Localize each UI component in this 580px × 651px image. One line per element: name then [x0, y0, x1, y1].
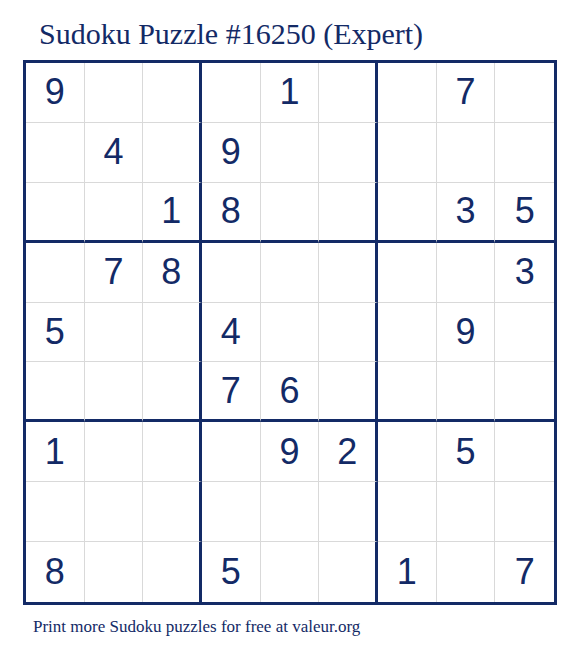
cell-r1c6[interactable] [319, 63, 378, 123]
cell-r9c8[interactable] [437, 542, 496, 602]
cell-r7c8[interactable]: 5 [437, 422, 496, 482]
cell-r2c7[interactable] [378, 123, 437, 183]
cell-r3c2[interactable] [85, 183, 144, 243]
cell-r1c5[interactable]: 1 [261, 63, 320, 123]
cell-r7c9[interactable] [495, 422, 554, 482]
cell-r3c8[interactable]: 3 [437, 183, 496, 243]
cell-r7c6[interactable]: 2 [319, 422, 378, 482]
cell-r3c6[interactable] [319, 183, 378, 243]
cell-r9c4[interactable]: 5 [202, 542, 261, 602]
cell-r1c7[interactable] [378, 63, 437, 123]
cell-r1c2[interactable] [85, 63, 144, 123]
cell-r9c6[interactable] [319, 542, 378, 602]
cell-r6c6[interactable] [319, 362, 378, 422]
cell-r9c9[interactable]: 7 [495, 542, 554, 602]
cell-r5c7[interactable] [378, 303, 437, 363]
cell-r7c3[interactable] [143, 422, 202, 482]
cell-r1c1[interactable]: 9 [26, 63, 85, 123]
cell-r2c5[interactable] [261, 123, 320, 183]
cell-r1c8[interactable]: 7 [437, 63, 496, 123]
cell-r7c2[interactable] [85, 422, 144, 482]
cell-r5c9[interactable] [495, 303, 554, 363]
cell-r2c4[interactable]: 9 [202, 123, 261, 183]
cell-r2c9[interactable] [495, 123, 554, 183]
cell-r5c2[interactable] [85, 303, 144, 363]
cell-r6c1[interactable] [26, 362, 85, 422]
cell-r8c2[interactable] [85, 482, 144, 542]
cell-r2c1[interactable] [26, 123, 85, 183]
cell-r6c7[interactable] [378, 362, 437, 422]
cell-r8c6[interactable] [319, 482, 378, 542]
cell-r9c7[interactable]: 1 [378, 542, 437, 602]
cell-r5c3[interactable] [143, 303, 202, 363]
cell-r4c8[interactable] [437, 243, 496, 303]
cell-r8c3[interactable] [143, 482, 202, 542]
page-title: Sudoku Puzzle #16250 (Expert) [39, 16, 580, 52]
cell-r3c4[interactable]: 8 [202, 183, 261, 243]
cell-r1c9[interactable] [495, 63, 554, 123]
cell-r4c7[interactable] [378, 243, 437, 303]
sudoku-page: Sudoku Puzzle #16250 (Expert) 9174918357… [0, 16, 580, 637]
cell-r2c3[interactable] [143, 123, 202, 183]
cell-r4c4[interactable] [202, 243, 261, 303]
cell-r5c6[interactable] [319, 303, 378, 363]
footer-text: Print more Sudoku puzzles for free at va… [33, 617, 580, 637]
cell-r3c9[interactable]: 5 [495, 183, 554, 243]
cell-r6c8[interactable] [437, 362, 496, 422]
sudoku-board: 9174918357835497619258517 [23, 60, 557, 605]
cell-r6c9[interactable] [495, 362, 554, 422]
cell-r5c4[interactable]: 4 [202, 303, 261, 363]
cell-r2c8[interactable] [437, 123, 496, 183]
cell-r1c3[interactable] [143, 63, 202, 123]
cell-r7c4[interactable] [202, 422, 261, 482]
cell-r6c3[interactable] [143, 362, 202, 422]
cell-r6c2[interactable] [85, 362, 144, 422]
cell-r3c3[interactable]: 1 [143, 183, 202, 243]
cell-r6c5[interactable]: 6 [261, 362, 320, 422]
cell-r8c1[interactable] [26, 482, 85, 542]
cell-r4c2[interactable]: 7 [85, 243, 144, 303]
cell-r4c5[interactable] [261, 243, 320, 303]
cell-r4c6[interactable] [319, 243, 378, 303]
cell-r5c1[interactable]: 5 [26, 303, 85, 363]
cell-r9c2[interactable] [85, 542, 144, 602]
cell-r7c5[interactable]: 9 [261, 422, 320, 482]
cell-r2c6[interactable] [319, 123, 378, 183]
cell-r8c4[interactable] [202, 482, 261, 542]
cell-r4c9[interactable]: 3 [495, 243, 554, 303]
cell-r4c3[interactable]: 8 [143, 243, 202, 303]
cell-r5c8[interactable]: 9 [437, 303, 496, 363]
cell-r4c1[interactable] [26, 243, 85, 303]
cell-r7c7[interactable] [378, 422, 437, 482]
cell-r9c1[interactable]: 8 [26, 542, 85, 602]
cell-r6c4[interactable]: 7 [202, 362, 261, 422]
cell-r3c7[interactable] [378, 183, 437, 243]
cell-r8c9[interactable] [495, 482, 554, 542]
cell-r5c5[interactable] [261, 303, 320, 363]
cell-r9c3[interactable] [143, 542, 202, 602]
cell-r1c4[interactable] [202, 63, 261, 123]
cell-r8c7[interactable] [378, 482, 437, 542]
cell-r3c1[interactable] [26, 183, 85, 243]
cell-r8c8[interactable] [437, 482, 496, 542]
cell-r9c5[interactable] [261, 542, 320, 602]
cell-r7c1[interactable]: 1 [26, 422, 85, 482]
cell-r2c2[interactable]: 4 [85, 123, 144, 183]
cell-r8c5[interactable] [261, 482, 320, 542]
cell-r3c5[interactable] [261, 183, 320, 243]
